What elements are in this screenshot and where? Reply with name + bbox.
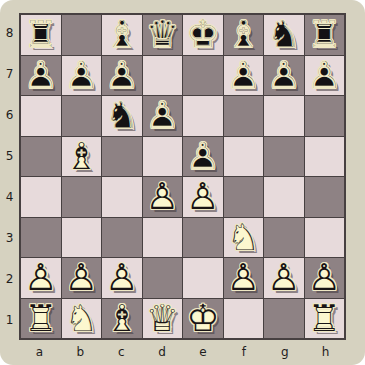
square-a8[interactable]: ♜♖	[21, 15, 61, 55]
square-g1[interactable]	[264, 299, 304, 339]
white-pawn: ♟♙	[224, 258, 264, 298]
black-pawn: ♟♙	[305, 56, 345, 96]
black-pawn: ♟♙	[264, 56, 304, 96]
rank-label-3: 3	[1, 217, 18, 258]
file-label-h: h	[305, 341, 346, 362]
square-b4[interactable]	[62, 177, 102, 217]
square-a5[interactable]	[21, 137, 61, 177]
square-b7[interactable]: ♟♙	[62, 56, 102, 96]
rank-label-1: 1	[1, 299, 18, 340]
rank-label-4: 4	[1, 177, 18, 218]
square-g4[interactable]	[264, 177, 304, 217]
file-labels: abcdefgh	[19, 341, 346, 362]
white-pawn: ♟♙	[102, 258, 142, 298]
white-queen: ♛♕	[143, 299, 183, 339]
square-g5[interactable]	[264, 137, 304, 177]
square-b2[interactable]: ♟♙	[62, 258, 102, 298]
black-pawn: ♟♙	[224, 56, 264, 96]
square-d6[interactable]: ♟♙	[143, 96, 183, 136]
black-bishop: ♝♗	[224, 15, 264, 55]
white-rook: ♜♖	[21, 299, 61, 339]
rank-label-7: 7	[1, 54, 18, 95]
rank-label-5: 5	[1, 136, 18, 177]
square-c1[interactable]: ♝♗	[102, 299, 142, 339]
square-h2[interactable]: ♟♙	[305, 258, 345, 298]
square-h8[interactable]: ♜♖	[305, 15, 345, 55]
square-a3[interactable]	[21, 218, 61, 258]
white-pawn: ♟♙	[264, 258, 304, 298]
square-g7[interactable]: ♟♙	[264, 56, 304, 96]
square-c2[interactable]: ♟♙	[102, 258, 142, 298]
black-rook: ♜♖	[21, 15, 61, 55]
chess-board: ♜♖♝♗♛♕♚♔♝♗♞♘♜♖♟♙♟♙♟♙♟♙♟♙♟♙♞♘♟♙♝♗♟♙♟♙♟♙♞♘…	[21, 15, 344, 338]
square-g6[interactable]	[264, 96, 304, 136]
white-king: ♚♔	[183, 299, 223, 339]
black-pawn: ♟♙	[183, 137, 223, 177]
square-e3[interactable]	[183, 218, 223, 258]
white-pawn: ♟♙	[183, 177, 223, 217]
file-label-c: c	[101, 341, 142, 362]
square-e7[interactable]	[183, 56, 223, 96]
white-pawn: ♟♙	[143, 177, 183, 217]
square-d7[interactable]	[143, 56, 183, 96]
black-queen: ♛♕	[143, 15, 183, 55]
square-a7[interactable]: ♟♙	[21, 56, 61, 96]
black-knight: ♞♘	[264, 15, 304, 55]
square-f8[interactable]: ♝♗	[224, 15, 264, 55]
square-d5[interactable]	[143, 137, 183, 177]
white-bishop: ♝♗	[102, 299, 142, 339]
square-f2[interactable]: ♟♙	[224, 258, 264, 298]
square-b1[interactable]: ♞♘	[62, 299, 102, 339]
file-label-e: e	[183, 341, 224, 362]
square-g3[interactable]	[264, 218, 304, 258]
square-d4[interactable]: ♟♙	[143, 177, 183, 217]
black-pawn: ♟♙	[21, 56, 61, 96]
square-h1[interactable]: ♜♖	[305, 299, 345, 339]
square-f4[interactable]	[224, 177, 264, 217]
square-c3[interactable]	[102, 218, 142, 258]
black-rook: ♜♖	[305, 15, 345, 55]
square-c6[interactable]: ♞♘	[102, 96, 142, 136]
square-b6[interactable]	[62, 96, 102, 136]
white-pawn: ♟♙	[62, 258, 102, 298]
chess-app-panel: 87654321 ♜♖♝♗♛♕♚♔♝♗♞♘♜♖♟♙♟♙♟♙♟♙♟♙♟♙♞♘♟♙♝…	[0, 0, 365, 365]
black-pawn: ♟♙	[102, 56, 142, 96]
file-label-f: f	[223, 341, 264, 362]
white-pawn: ♟♙	[305, 258, 345, 298]
square-c8[interactable]: ♝♗	[102, 15, 142, 55]
square-a2[interactable]: ♟♙	[21, 258, 61, 298]
square-c4[interactable]	[102, 177, 142, 217]
square-d8[interactable]: ♛♕	[143, 15, 183, 55]
file-label-d: d	[142, 341, 183, 362]
square-f6[interactable]	[224, 96, 264, 136]
square-e1[interactable]: ♚♔	[183, 299, 223, 339]
square-f1[interactable]	[224, 299, 264, 339]
square-a4[interactable]	[21, 177, 61, 217]
square-b3[interactable]	[62, 218, 102, 258]
rank-labels: 87654321	[1, 13, 18, 340]
rank-label-6: 6	[1, 95, 18, 136]
file-label-b: b	[60, 341, 101, 362]
rank-label-2: 2	[1, 258, 18, 299]
square-e6[interactable]	[183, 96, 223, 136]
square-g2[interactable]: ♟♙	[264, 258, 304, 298]
square-b8[interactable]	[62, 15, 102, 55]
white-bishop: ♝♗	[62, 137, 102, 177]
square-d3[interactable]	[143, 218, 183, 258]
rank-label-8: 8	[1, 13, 18, 54]
square-f7[interactable]: ♟♙	[224, 56, 264, 96]
square-e4[interactable]: ♟♙	[183, 177, 223, 217]
square-e5[interactable]: ♟♙	[183, 137, 223, 177]
black-king: ♚♔	[183, 15, 223, 55]
square-h6[interactable]	[305, 96, 345, 136]
file-label-g: g	[264, 341, 305, 362]
white-rook: ♜♖	[305, 299, 345, 339]
square-h3[interactable]	[305, 218, 345, 258]
square-b5[interactable]: ♝♗	[62, 137, 102, 177]
black-pawn: ♟♙	[143, 96, 183, 136]
black-pawn: ♟♙	[62, 56, 102, 96]
square-e8[interactable]: ♚♔	[183, 15, 223, 55]
square-h7[interactable]: ♟♙	[305, 56, 345, 96]
square-f5[interactable]	[224, 137, 264, 177]
board-frame: ♜♖♝♗♛♕♚♔♝♗♞♘♜♖♟♙♟♙♟♙♟♙♟♙♟♙♞♘♟♙♝♗♟♙♟♙♟♙♞♘…	[19, 13, 346, 340]
white-knight: ♞♘	[224, 218, 264, 258]
file-label-a: a	[19, 341, 60, 362]
square-c7[interactable]: ♟♙	[102, 56, 142, 96]
square-c5[interactable]	[102, 137, 142, 177]
square-f3[interactable]: ♞♘	[224, 218, 264, 258]
square-a6[interactable]	[21, 96, 61, 136]
square-h4[interactable]	[305, 177, 345, 217]
white-knight: ♞♘	[62, 299, 102, 339]
square-d1[interactable]: ♛♕	[143, 299, 183, 339]
black-bishop: ♝♗	[102, 15, 142, 55]
black-knight: ♞♘	[102, 96, 142, 136]
square-a1[interactable]: ♜♖	[21, 299, 61, 339]
square-e2[interactable]	[183, 258, 223, 298]
white-pawn: ♟♙	[21, 258, 61, 298]
square-d2[interactable]	[143, 258, 183, 298]
square-g8[interactable]: ♞♘	[264, 15, 304, 55]
square-h5[interactable]	[305, 137, 345, 177]
